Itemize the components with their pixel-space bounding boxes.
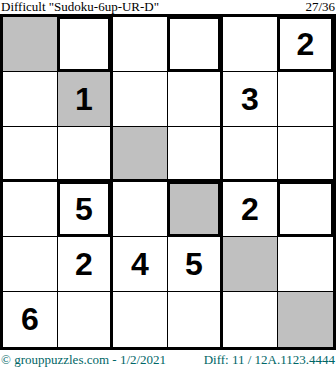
header: Difficult "Sudoku-6up-UR-D" 27/36	[0, 0, 336, 14]
cell-r6c1[interactable]: 6	[3, 292, 58, 347]
cell-r4c5[interactable]: 2	[223, 182, 278, 237]
cell-r6c4[interactable]	[168, 292, 223, 347]
sudoku-board: 213522456	[0, 14, 336, 350]
cell-r2c4[interactable]	[168, 72, 223, 127]
cell-r3c5[interactable]	[223, 127, 278, 182]
footer: © grouppuzzles.com - 1/2/2021 Diff: 11 /…	[0, 350, 336, 370]
cell-r5c2[interactable]: 2	[58, 237, 113, 292]
cell-r2c1[interactable]	[3, 72, 58, 127]
cell-r4c1[interactable]	[3, 182, 58, 237]
remaining-counter: 27/36	[305, 0, 336, 14]
cell-r6c2[interactable]	[58, 292, 113, 347]
cell-r6c6[interactable]	[278, 292, 333, 347]
cell-r3c3[interactable]	[113, 127, 168, 182]
cell-r6c3[interactable]	[113, 292, 168, 347]
difficulty-text: Diff: 11 / 12A.1123.4444	[204, 352, 336, 368]
cell-r2c2[interactable]: 1	[58, 72, 113, 127]
cell-r1c1[interactable]	[3, 17, 58, 72]
cell-r5c6[interactable]	[278, 237, 333, 292]
cell-r3c6[interactable]	[278, 127, 333, 182]
cell-r2c6[interactable]	[278, 72, 333, 127]
cell-r1c6[interactable]: 2	[278, 17, 333, 72]
cell-r5c1[interactable]	[3, 237, 58, 292]
cell-r3c1[interactable]	[3, 127, 58, 182]
cell-r6c5[interactable]	[223, 292, 278, 347]
cell-r2c3[interactable]	[113, 72, 168, 127]
cell-r3c2[interactable]	[58, 127, 113, 182]
cell-r2c5[interactable]: 3	[223, 72, 278, 127]
cell-r3c4[interactable]	[168, 127, 223, 182]
cell-r1c5[interactable]	[223, 17, 278, 72]
copyright-text: © grouppuzzles.com - 1/2/2021	[0, 352, 166, 368]
cell-r1c4[interactable]	[168, 17, 223, 72]
puzzle-title: Difficult "Sudoku-6up-UR-D"	[0, 0, 159, 14]
cell-r5c3[interactable]: 4	[113, 237, 168, 292]
cell-r5c4[interactable]: 5	[168, 237, 223, 292]
cell-r4c2[interactable]: 5	[58, 182, 113, 237]
cell-r5c5[interactable]	[223, 237, 278, 292]
cell-r1c2[interactable]	[58, 17, 113, 72]
cell-r4c3[interactable]	[113, 182, 168, 237]
cell-r4c4[interactable]	[168, 182, 223, 237]
cell-r4c6[interactable]	[278, 182, 333, 237]
puzzle-page: Difficult "Sudoku-6up-UR-D" 27/36 213522…	[0, 0, 336, 370]
cell-r1c3[interactable]	[113, 17, 168, 72]
